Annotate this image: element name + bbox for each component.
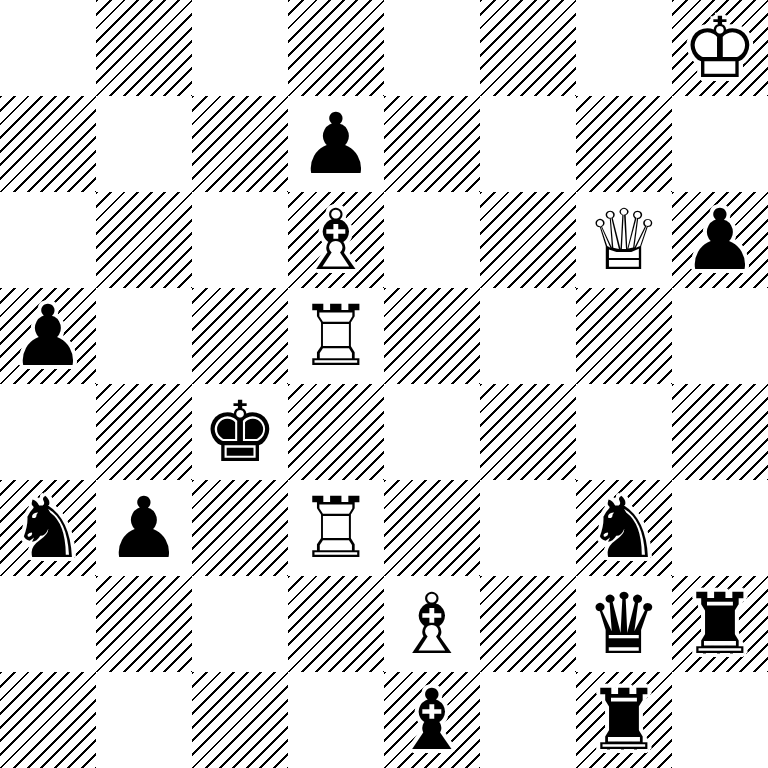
square-g6[interactable]: ♛♕ [576,192,672,288]
square-d7[interactable]: ♟♟ [288,96,384,192]
square-g4[interactable] [576,384,672,480]
square-g1[interactable]: ♜♜ [576,672,672,768]
square-c5[interactable] [192,288,288,384]
square-e1[interactable]: ♝♝ [384,672,480,768]
square-f8[interactable] [480,0,576,96]
black-pawn: ♟ [0,288,96,384]
white-rook: ♖ [288,480,384,576]
square-b1[interactable] [96,672,192,768]
square-a4[interactable] [0,384,96,480]
square-h8[interactable]: ♚♔ [672,0,768,96]
square-c3[interactable] [192,480,288,576]
square-h5[interactable] [672,288,768,384]
black-rook: ♜ [672,576,768,672]
square-b2[interactable] [96,576,192,672]
square-b3[interactable]: ♟♟ [96,480,192,576]
black-queen: ♛ [576,576,672,672]
square-f7[interactable] [480,96,576,192]
square-f6[interactable] [480,192,576,288]
square-f2[interactable] [480,576,576,672]
square-f5[interactable] [480,288,576,384]
square-b8[interactable] [96,0,192,96]
chess-board: ♚♔♟♟♝♗♛♕♟♟♟♟♜♖♚♚♞♞♟♟♜♖♞♞♝♗♛♛♜♜♝♝♜♜ [0,0,768,768]
square-d5[interactable]: ♜♖ [288,288,384,384]
black-knight: ♞ [0,480,96,576]
square-g5[interactable] [576,288,672,384]
square-c8[interactable] [192,0,288,96]
square-e7[interactable] [384,96,480,192]
square-c6[interactable] [192,192,288,288]
square-d3[interactable]: ♜♖ [288,480,384,576]
white-bishop: ♗ [384,576,480,672]
black-knight: ♞ [576,480,672,576]
square-d8[interactable] [288,0,384,96]
square-a3[interactable]: ♞♞ [0,480,96,576]
square-d6[interactable]: ♝♗ [288,192,384,288]
square-c4[interactable]: ♚♚ [192,384,288,480]
square-h1[interactable] [672,672,768,768]
black-king: ♚ [192,384,288,480]
square-a1[interactable] [0,672,96,768]
square-e4[interactable] [384,384,480,480]
square-h3[interactable] [672,480,768,576]
square-g8[interactable] [576,0,672,96]
white-king: ♔ [672,0,768,96]
square-g3[interactable]: ♞♞ [576,480,672,576]
square-c2[interactable] [192,576,288,672]
black-pawn: ♟ [672,192,768,288]
square-h7[interactable] [672,96,768,192]
square-c1[interactable] [192,672,288,768]
square-a6[interactable] [0,192,96,288]
square-e5[interactable] [384,288,480,384]
square-b7[interactable] [96,96,192,192]
square-d1[interactable] [288,672,384,768]
square-a8[interactable] [0,0,96,96]
black-bishop: ♝ [384,672,480,768]
square-a7[interactable] [0,96,96,192]
square-f3[interactable] [480,480,576,576]
square-g7[interactable] [576,96,672,192]
square-a2[interactable] [0,576,96,672]
square-b4[interactable] [96,384,192,480]
white-bishop: ♗ [288,192,384,288]
square-d2[interactable] [288,576,384,672]
square-a5[interactable]: ♟♟ [0,288,96,384]
square-c7[interactable] [192,96,288,192]
white-rook: ♖ [288,288,384,384]
black-rook: ♜ [576,672,672,768]
square-e3[interactable] [384,480,480,576]
square-e2[interactable]: ♝♗ [384,576,480,672]
square-h4[interactable] [672,384,768,480]
white-queen: ♕ [576,192,672,288]
square-b6[interactable] [96,192,192,288]
black-pawn: ♟ [288,96,384,192]
square-h2[interactable]: ♜♜ [672,576,768,672]
black-pawn: ♟ [96,480,192,576]
square-h6[interactable]: ♟♟ [672,192,768,288]
square-g2[interactable]: ♛♛ [576,576,672,672]
square-b5[interactable] [96,288,192,384]
square-e6[interactable] [384,192,480,288]
square-e8[interactable] [384,0,480,96]
square-d4[interactable] [288,384,384,480]
square-f4[interactable] [480,384,576,480]
square-f1[interactable] [480,672,576,768]
